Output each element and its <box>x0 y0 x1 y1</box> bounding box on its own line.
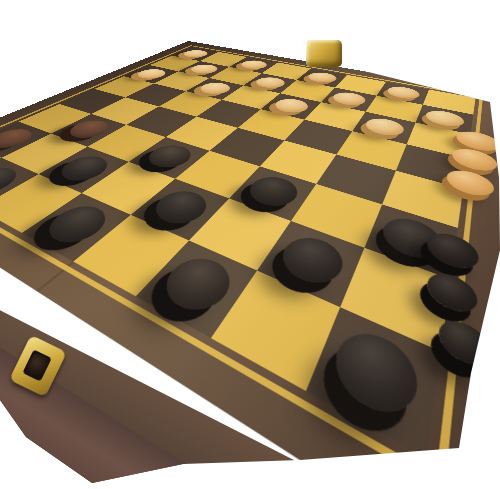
brass-clasp-icon <box>306 40 342 67</box>
board-projection <box>10 0 466 356</box>
spare-checker-dark[interactable] <box>436 314 490 373</box>
checker-dark[interactable] <box>326 322 424 430</box>
checkers-box-photo <box>0 0 500 489</box>
page-root: { "game": "checkers", "scene": "Overhead… <box>0 0 500 489</box>
hasp-hole-icon <box>22 349 51 381</box>
checker-dark[interactable] <box>153 251 241 321</box>
